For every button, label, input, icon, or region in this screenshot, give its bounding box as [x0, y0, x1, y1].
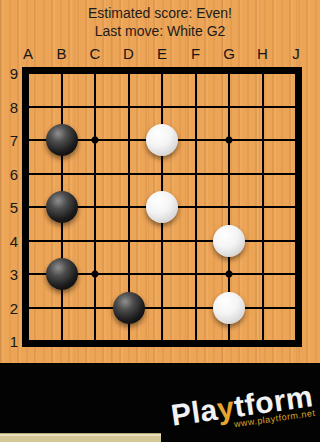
grid-line-vertical	[262, 72, 264, 342]
footer-bar: Playtform www.playtform.net	[0, 363, 320, 442]
go-app-screen: Estimated score: Even! Last move: White …	[0, 0, 320, 442]
row-label-4: 4	[10, 232, 18, 249]
playtform-logo: Playtform www.playtform.net	[169, 379, 316, 438]
row-label-7: 7	[10, 132, 18, 149]
col-label-E: E	[157, 45, 167, 62]
col-label-J: J	[292, 45, 300, 62]
ad-banner-edge[interactable]	[0, 433, 161, 442]
col-label-F: F	[191, 45, 200, 62]
status-last-move: Last move: White G2	[0, 23, 320, 39]
row-label-6: 6	[10, 165, 18, 182]
logo-part-pla: Pla	[169, 393, 220, 432]
col-label-G: G	[223, 45, 235, 62]
stone-white-G2	[213, 292, 245, 324]
status-estimated-score: Estimated score: Even!	[0, 5, 320, 21]
stone-black-B5	[46, 191, 78, 223]
row-label-3: 3	[10, 266, 18, 283]
col-label-C: C	[90, 45, 101, 62]
grid-line-vertical	[195, 72, 197, 342]
stone-white-E7	[146, 124, 178, 156]
stone-white-E5	[146, 191, 178, 223]
row-label-8: 8	[10, 98, 18, 115]
row-label-9: 9	[10, 65, 18, 82]
grid-line-vertical	[295, 72, 297, 342]
go-board[interactable]	[28, 73, 296, 341]
col-label-D: D	[123, 45, 134, 62]
grid-line-horizontal	[27, 240, 297, 242]
stone-black-B3	[46, 258, 78, 290]
col-label-H: H	[257, 45, 268, 62]
row-label-2: 2	[10, 299, 18, 316]
stone-white-G4	[213, 225, 245, 257]
row-label-1: 1	[10, 333, 18, 350]
stone-black-D2	[113, 292, 145, 324]
row-label-5: 5	[10, 199, 18, 216]
col-label-B: B	[56, 45, 66, 62]
grid-line-horizontal	[27, 340, 297, 342]
col-label-A: A	[23, 45, 33, 62]
grid-line-horizontal	[27, 307, 297, 309]
stone-black-B7	[46, 124, 78, 156]
